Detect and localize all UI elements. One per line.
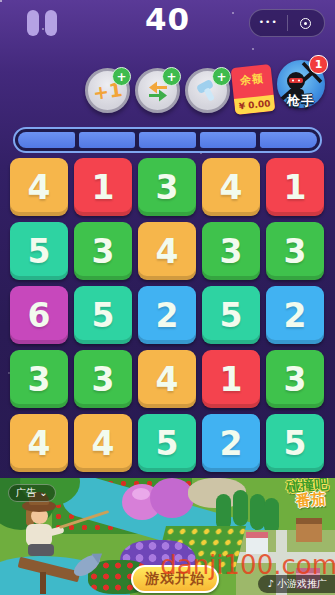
tile-r5c1[interactable]: 4 [10,414,68,472]
house [296,518,322,542]
buy-plus-badge[interactable]: + [212,67,231,86]
tile-r4c2[interactable]: 3 [74,350,132,408]
record-circle-icon [300,18,311,29]
gunner-game-button[interactable]: 枪手 1 [277,60,325,108]
tile-r3c5[interactable]: 2 [266,286,324,344]
balance-label: 余额 [231,70,272,89]
tree [250,494,265,530]
farmer-legs [28,544,54,556]
app-screen: 40 ••• +1 + + + 余额 ¥ 0.00 [0,0,335,595]
dock-leg [40,572,46,594]
balance-ticket[interactable]: 余额 ¥ 0.00 [231,64,276,115]
swap-button[interactable]: + [135,68,180,113]
tile-r5c5[interactable]: 5 [266,414,324,472]
more-dots-icon: ••• [259,17,278,29]
tree [264,498,279,534]
wechat-capsule: ••• [249,9,325,37]
ad-label[interactable]: 广告 ⌄ [8,484,56,502]
tile-r1c2[interactable]: 1 [74,158,132,216]
tree [216,494,231,530]
tile-r1c5[interactable]: 1 [266,158,324,216]
tile-r5c2[interactable]: 4 [74,414,132,472]
tile-r1c1[interactable]: 4 [10,158,68,216]
ad-banner[interactable]: 广告 ⌄ 碰撞吧 番茄 游戏开始 ♪ 小游戏推广 danji100.com [0,478,335,595]
tile-r3c2[interactable]: 5 [74,286,132,344]
progress-segment [139,132,196,148]
progress-segment [200,132,257,148]
tile-r5c3[interactable]: 5 [138,414,196,472]
tile-r2c3[interactable]: 4 [138,222,196,280]
site-watermark: danji100.com [160,550,335,580]
tile-r2c5[interactable]: 3 [266,222,324,280]
balance-value: ¥ 0.00 [234,95,275,115]
progress-segment [18,132,75,148]
tile-r4c5[interactable]: 3 [266,350,324,408]
tile-r2c4[interactable]: 3 [202,222,260,280]
buy-plus-badge[interactable]: + [112,67,131,86]
pink-tree [150,478,194,518]
tile-r5c4[interactable]: 2 [202,414,260,472]
tile-r2c2[interactable]: 3 [74,222,132,280]
tile-r4c1[interactable]: 3 [10,350,68,408]
tile-r2c1[interactable]: 5 [10,222,68,280]
tile-r1c3[interactable]: 3 [138,158,196,216]
hammer-button[interactable]: + [185,68,230,113]
notification-badge: 1 [309,55,328,74]
tile-r1c4[interactable]: 4 [202,158,260,216]
close-minimize-button[interactable] [288,10,325,36]
tile-r4c3[interactable]: 4 [138,350,196,408]
add-tile-button[interactable]: +1 + [85,68,130,113]
pink-tree-highlight [132,488,150,500]
tile-r3c1[interactable]: 6 [10,286,68,344]
tile-r4c4[interactable]: 1 [202,350,260,408]
tile-r3c4[interactable]: 5 [202,286,260,344]
ad-game-logo: 碰撞吧 番茄 [286,478,330,510]
buy-plus-badge[interactable]: + [162,67,181,86]
progress-segment [79,132,136,148]
board-grid: 4134153433652523341344525 [10,158,324,472]
more-button[interactable]: ••• [250,10,287,36]
tree [233,490,248,526]
progress-bar [13,127,322,153]
tile-r3c3[interactable]: 2 [138,286,196,344]
progress-segment [260,132,317,148]
gunner-label: 枪手 [287,92,315,110]
